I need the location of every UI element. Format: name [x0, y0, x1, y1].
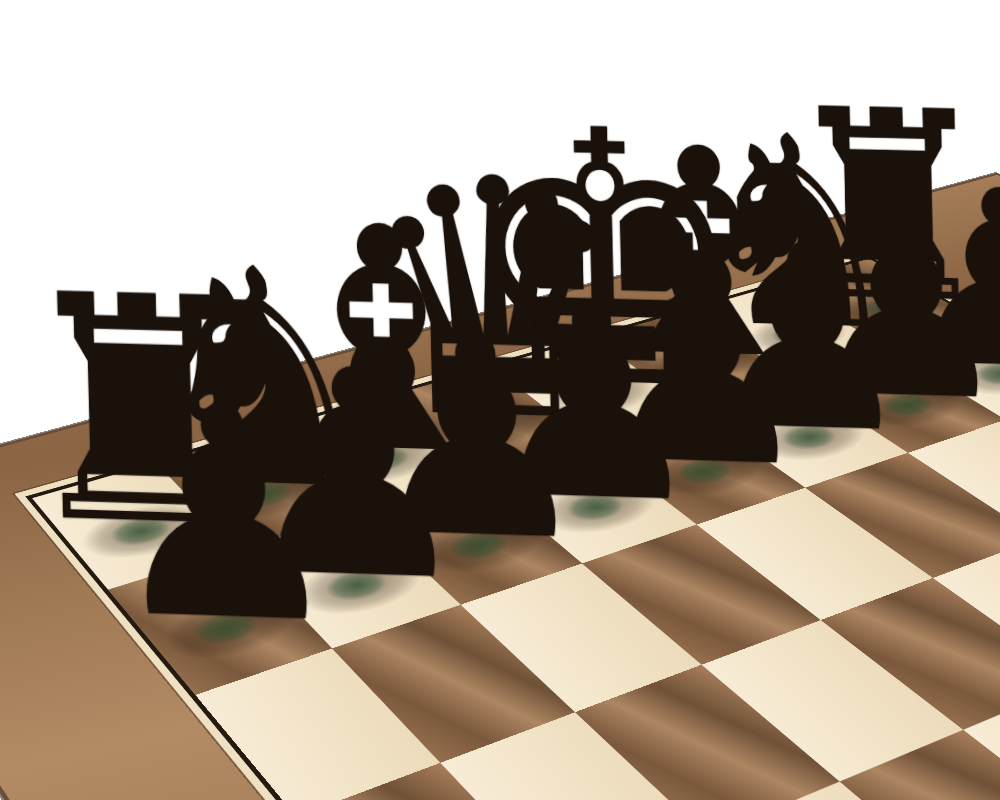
black-pawn-a7: ♟ [102, 398, 347, 633]
chess-board: ♜♞♝♚♛♝♞♜♟♟♟♟♟♟♟♟ [0, 173, 1000, 800]
playing-area: ♜♞♝♚♛♝♞♜♟♟♟♟♟♟♟♟ [25, 256, 1000, 800]
square-g6 [908, 420, 1000, 539]
product-photo-scene: ♜♞♝♚♛♝♞♜♟♟♟♟♟♟♟♟ [0, 0, 1000, 800]
